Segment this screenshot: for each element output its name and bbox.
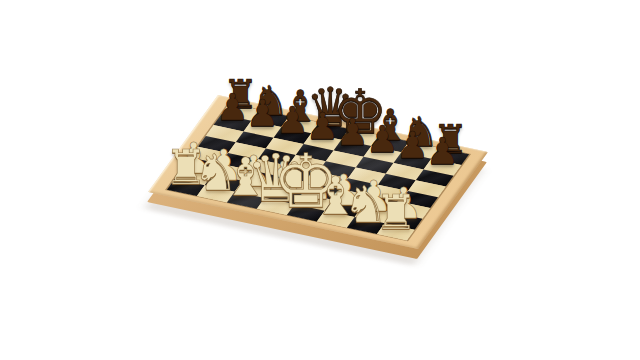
chess-set-product-photo: ♜♞♝♛♚♝♞♜♟♟♟♟♟♟♟♟♟♟♟♟♟♟♟♟♜♞♝♛♚♝♞♜ (0, 0, 640, 360)
